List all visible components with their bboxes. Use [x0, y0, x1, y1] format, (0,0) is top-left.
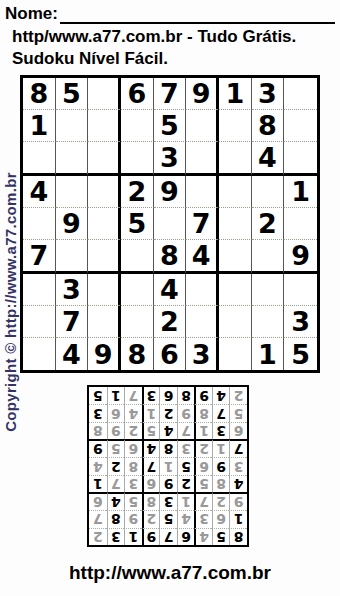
cell-r2c3[interactable]: [88, 110, 121, 142]
solution-cell-r4c7: 3: [124, 475, 142, 492]
cell-r2c9[interactable]: [284, 110, 317, 142]
cell-r4c5: 9: [154, 176, 187, 208]
solution-cell-r4c5: 9: [159, 475, 177, 492]
cell-r3c3[interactable]: [88, 142, 121, 176]
solution-cell-r6c7: 6: [124, 439, 142, 457]
solution-cell-r1c2: 5: [212, 528, 230, 545]
solution-cell-r5c6: 7: [142, 457, 160, 474]
cell-r6c3[interactable]: [88, 240, 121, 274]
cell-r3c6[interactable]: [186, 142, 219, 176]
solution-cell-r5c2: 9: [212, 457, 230, 474]
cell-r4c7[interactable]: [219, 176, 252, 208]
solution-cell-r1c1: 8: [229, 528, 247, 545]
cell-r6c4[interactable]: [121, 240, 154, 274]
solution-cell-r9c8: 1: [107, 387, 125, 404]
solution-cell-r3c8: 4: [107, 492, 125, 510]
cell-r5c1[interactable]: [23, 208, 56, 240]
solution-cell-r6c4: 3: [177, 439, 195, 457]
solution-cell-r5c8: 2: [107, 457, 125, 474]
solution-cell-r3c3: 7: [194, 492, 212, 510]
solution-cell-r1c3: 4: [194, 528, 212, 545]
solution-cell-r4c2: 8: [212, 475, 230, 492]
solution-cell-r3c2: 2: [212, 492, 230, 510]
solution-cell-r3c7: 5: [124, 492, 142, 510]
cell-r9c8: 1: [252, 338, 285, 370]
solution-cell-r7c5: 4: [159, 422, 177, 439]
solution-cell-r8c1: 5: [229, 404, 247, 421]
solution-cell-r1c9: 2: [89, 528, 107, 545]
solution-cell-r6c2: 1: [212, 439, 230, 457]
cell-r1c4: 6: [121, 78, 154, 110]
solution-cell-r4c4: 2: [177, 475, 195, 492]
cell-r4c4: 2: [121, 176, 154, 208]
name-blank-line: [60, 7, 335, 24]
cell-r8c5: 2: [154, 306, 187, 338]
solution-cell-r2c7: 9: [124, 510, 142, 527]
solution-cell-r7c3: 1: [194, 422, 212, 439]
solution-cell-r5c4: 5: [177, 457, 195, 474]
cell-r3c9[interactable]: [284, 142, 317, 176]
solution-cell-r7c9: 8: [89, 422, 107, 439]
cell-r7c9[interactable]: [284, 274, 317, 306]
solution-cell-r5c3: 6: [194, 457, 212, 474]
cell-r9c3: 9: [88, 338, 121, 370]
cell-r4c2[interactable]: [56, 176, 89, 208]
cell-r4c1: 4: [23, 176, 56, 208]
solution-cell-r7c8: 9: [107, 422, 125, 439]
cell-r6c7[interactable]: [219, 240, 252, 274]
solution-cell-r6c5: 8: [159, 439, 177, 457]
cell-r1c5: 7: [154, 78, 187, 110]
cell-r1c8: 3: [252, 78, 285, 110]
cell-r3c1[interactable]: [23, 142, 56, 176]
solution-cell-r8c8: 6: [107, 404, 125, 421]
cell-r4c6[interactable]: [186, 176, 219, 208]
solution-cell-r6c9: 9: [89, 439, 107, 457]
solution-cell-r8c5: 2: [159, 404, 177, 421]
cell-r2c2[interactable]: [56, 110, 89, 142]
cell-r4c8[interactable]: [252, 176, 285, 208]
solution-cell-r8c6: 1: [142, 404, 160, 421]
solution-cell-r2c2: 6: [212, 510, 230, 527]
cell-r2c1: 1: [23, 110, 56, 142]
name-row: Nome:: [5, 4, 335, 24]
cell-r5c3[interactable]: [88, 208, 121, 240]
cell-r9c7[interactable]: [219, 338, 252, 370]
cell-r6c2[interactable]: [56, 240, 89, 274]
solution-cell-r3c9: 6: [89, 492, 107, 510]
cell-r9c6: 3: [186, 338, 219, 370]
cell-r2c7[interactable]: [219, 110, 252, 142]
solution-cell-r1c5: 7: [159, 528, 177, 545]
solution-cell-r7c2: 3: [212, 422, 230, 439]
cell-r3c8: 4: [252, 142, 285, 176]
solution-cell-r7c1: 6: [229, 422, 247, 439]
cell-r5c7[interactable]: [219, 208, 252, 240]
cell-r5c5[interactable]: [154, 208, 187, 240]
solution-cell-r9c3: 9: [194, 387, 212, 404]
solution-cell-r2c1: 1: [229, 510, 247, 527]
cell-r6c8[interactable]: [252, 240, 285, 274]
solution-cell-r7c6: 5: [142, 422, 160, 439]
cell-r5c8: 2: [252, 208, 285, 240]
cell-r6c1: 7: [23, 240, 56, 274]
sudoku-grid: 856791315834429195727849347234986315: [20, 75, 320, 373]
solution-cell-r6c6: 4: [142, 439, 160, 457]
solution-cell-r2c5: 5: [159, 510, 177, 527]
cell-r7c4[interactable]: [121, 274, 154, 306]
solution-cell-r3c1: 9: [229, 492, 247, 510]
solution-cell-r1c7: 1: [124, 528, 142, 545]
cell-r7c8[interactable]: [252, 274, 285, 306]
cell-r5c9[interactable]: [284, 208, 317, 240]
cell-r8c3[interactable]: [88, 306, 121, 338]
solution-cell-r9c9: 5: [89, 387, 107, 404]
solution-cell-r9c5: 6: [159, 387, 177, 404]
cell-r7c6[interactable]: [186, 274, 219, 306]
solution-cell-r7c7: 2: [124, 422, 142, 439]
cell-r9c9: 5: [284, 338, 317, 370]
solution-cell-r9c4: 8: [177, 387, 195, 404]
cell-r2c6[interactable]: [186, 110, 219, 142]
cell-r8c2: 7: [56, 306, 89, 338]
solution-cell-r8c9: 3: [89, 404, 107, 421]
solution-cell-r5c9: 4: [89, 457, 107, 474]
cell-r8c6[interactable]: [186, 306, 219, 338]
solution-cell-r3c6: 8: [142, 492, 160, 510]
cell-r8c1[interactable]: [23, 306, 56, 338]
cell-r1c2: 5: [56, 78, 89, 110]
solution-cell-r4c3: 5: [194, 475, 212, 492]
solution-cell-r2c6: 2: [142, 510, 160, 527]
solution-cell-r9c2: 4: [212, 387, 230, 404]
cell-r9c4: 8: [121, 338, 154, 370]
cell-r3c4[interactable]: [121, 142, 154, 176]
cell-r9c5: 6: [154, 338, 187, 370]
solution-cell-r8c2: 7: [212, 404, 230, 421]
solution-cell-r1c4: 6: [177, 528, 195, 545]
solution-cell-r6c3: 2: [194, 439, 212, 457]
page-title: Sudoku Nível Fácil.: [12, 49, 168, 69]
solution-cell-r8c7: 4: [124, 404, 142, 421]
cell-r5c4: 5: [121, 208, 154, 240]
solution-cell-r2c3: 3: [194, 510, 212, 527]
footer-url: http://www.a77.com.br: [0, 562, 340, 584]
solution-cell-r4c6: 6: [142, 475, 160, 492]
solution-cell-r4c8: 7: [107, 475, 125, 492]
cell-r8c9: 3: [284, 306, 317, 338]
cell-r6c5: 8: [154, 240, 187, 274]
solution-cell-r6c1: 7: [229, 439, 247, 457]
solution-cell-r1c8: 3: [107, 528, 125, 545]
cell-r7c5: 4: [154, 274, 187, 306]
cell-r7c3[interactable]: [88, 274, 121, 306]
solution-cell-r5c7: 8: [124, 457, 142, 474]
solution-cell-r3c5: 3: [159, 492, 177, 510]
solution-cell-r8c4: 9: [177, 404, 195, 421]
cell-r1c3[interactable]: [88, 78, 121, 110]
name-label: Nome:: [5, 4, 58, 24]
solution-cell-r9c6: 3: [142, 387, 160, 404]
cell-r8c7[interactable]: [219, 306, 252, 338]
cell-r9c2: 4: [56, 338, 89, 370]
cell-r2c8: 8: [252, 110, 285, 142]
cell-r7c7[interactable]: [219, 274, 252, 306]
cell-r4c3[interactable]: [88, 176, 121, 208]
solution-grid-rotated: 8546791321634529879271385464852963713965…: [87, 385, 249, 547]
cell-r1c1: 8: [23, 78, 56, 110]
cell-r9c1[interactable]: [23, 338, 56, 370]
solution-cell-r2c4: 4: [177, 510, 195, 527]
cell-r6c9: 9: [284, 240, 317, 274]
cell-r6c6: 4: [186, 240, 219, 274]
solution-cell-r3c4: 1: [177, 492, 195, 510]
cell-r5c6: 7: [186, 208, 219, 240]
solution-cell-r4c9: 1: [89, 475, 107, 492]
copyright-vertical-text: Copyright © http://www.a77.com.br: [2, 132, 20, 472]
solution-cell-r5c1: 3: [229, 457, 247, 474]
cell-r3c5: 3: [154, 142, 187, 176]
cell-r4c9: 1: [284, 176, 317, 208]
solution-cell-r9c7: 7: [124, 387, 142, 404]
solution-cell-r2c9: 7: [89, 510, 107, 527]
solution-cell-r6c8: 5: [107, 439, 125, 457]
solution-cell-r8c3: 8: [194, 404, 212, 421]
cell-r1c9[interactable]: [284, 78, 317, 110]
cell-r7c2: 3: [56, 274, 89, 306]
solution-cell-r4c1: 4: [229, 475, 247, 492]
cell-r2c5: 5: [154, 110, 187, 142]
site-header: http/www.a77.com.br - Tudo Grátis.: [12, 27, 296, 47]
solution-cell-r1c6: 9: [142, 528, 160, 545]
cell-r8c8[interactable]: [252, 306, 285, 338]
cell-r2c4[interactable]: [121, 110, 154, 142]
solution-cell-r9c1: 2: [229, 387, 247, 404]
cell-r3c2[interactable]: [56, 142, 89, 176]
cell-r1c7: 1: [219, 78, 252, 110]
cell-r1c6: 9: [186, 78, 219, 110]
solution-cell-r2c8: 8: [107, 510, 125, 527]
cell-r7c1[interactable]: [23, 274, 56, 306]
solution-cell-r5c5: 1: [159, 457, 177, 474]
cell-r8c4[interactable]: [121, 306, 154, 338]
cell-r5c2: 9: [56, 208, 89, 240]
sudoku-sheet: Nome: http/www.a77.com.br - Tudo Grátis.…: [0, 0, 340, 596]
solution-cell-r7c4: 7: [177, 422, 195, 439]
cell-r3c7[interactable]: [219, 142, 252, 176]
